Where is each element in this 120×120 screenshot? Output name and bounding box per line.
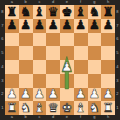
square-g5[interactable]	[88, 46, 102, 60]
piece-black-pawn-h7[interactable]: ♟	[101, 19, 115, 33]
square-e5[interactable]	[60, 46, 74, 60]
coord-rank-4-left: 4	[1, 65, 3, 69]
coord-file-f-bottom: f	[80, 115, 81, 119]
piece-white-rook-a1[interactable]: ♜	[5, 101, 19, 115]
square-h4[interactable]	[101, 60, 115, 74]
square-c5[interactable]	[33, 46, 47, 60]
square-f6[interactable]	[74, 33, 88, 47]
square-a5[interactable]	[5, 46, 19, 60]
coord-rank-1-left: 1	[1, 106, 3, 110]
square-g6[interactable]	[88, 33, 102, 47]
piece-white-bishop-f1[interactable]: ♝	[74, 101, 88, 115]
coord-file-b-bottom: b	[25, 115, 27, 119]
coord-rank-6-right: 6	[116, 37, 118, 41]
piece-white-king-e1[interactable]: ♚	[60, 101, 74, 115]
square-h6[interactable]	[101, 33, 115, 47]
square-f5[interactable]	[74, 46, 88, 60]
square-f4[interactable]	[74, 60, 88, 74]
coord-file-d-bottom: d	[52, 115, 54, 119]
coord-rank-5-left: 5	[1, 51, 3, 55]
coord-rank-7-left: 7	[1, 24, 3, 28]
square-e6[interactable]	[60, 33, 74, 47]
square-a6[interactable]	[5, 33, 19, 47]
coord-file-a-bottom: a	[11, 115, 13, 119]
piece-black-pawn-d7[interactable]: ♟	[46, 19, 60, 33]
piece-white-rook-h1[interactable]: ♜	[101, 101, 115, 115]
coord-rank-1-right: 1	[116, 106, 118, 110]
square-c4[interactable]	[33, 60, 47, 74]
coord-rank-3-left: 3	[1, 79, 3, 83]
coord-rank-4-right: 4	[116, 65, 118, 69]
piece-white-knight-b1[interactable]: ♞	[19, 101, 33, 115]
coord-file-e-bottom: e	[66, 115, 68, 119]
square-d4[interactable]	[46, 60, 60, 74]
coord-rank-7-right: 7	[116, 24, 118, 28]
square-c6[interactable]	[33, 33, 47, 47]
square-g4[interactable]	[88, 60, 102, 74]
piece-black-pawn-g7[interactable]: ♟	[88, 19, 102, 33]
chess-board-frame: ♜♞♝♛♚♝♞♜♟♟♟♟♟♟♟♟♟♟♟♟♟♟♟♟♜♞♝♛♚♝♞♜ aabbccd…	[0, 0, 120, 120]
piece-black-pawn-a7[interactable]: ♟	[5, 19, 19, 33]
piece-white-bishop-c1[interactable]: ♝	[33, 101, 47, 115]
square-b6[interactable]	[19, 33, 33, 47]
piece-white-queen-d1[interactable]: ♛	[46, 101, 60, 115]
coord-rank-8-left: 8	[1, 10, 3, 14]
coord-rank-5-right: 5	[116, 51, 118, 55]
piece-white-pawn-e4[interactable]: ♟	[60, 60, 74, 74]
piece-black-pawn-c7[interactable]: ♟	[33, 19, 47, 33]
piece-black-pawn-e7[interactable]: ♟	[60, 19, 74, 33]
square-b4[interactable]	[19, 60, 33, 74]
piece-white-knight-g1[interactable]: ♞	[88, 101, 102, 115]
piece-black-pawn-b7[interactable]: ♟	[19, 19, 33, 33]
square-a4[interactable]	[5, 60, 19, 74]
coord-file-c-bottom: c	[38, 115, 40, 119]
coord-file-h-bottom: h	[107, 115, 109, 119]
coord-file-g-bottom: g	[93, 115, 95, 119]
square-b5[interactable]	[19, 46, 33, 60]
coord-rank-2-right: 2	[116, 92, 118, 96]
coord-rank-3-right: 3	[116, 79, 118, 83]
coord-rank-8-right: 8	[116, 10, 118, 14]
coord-rank-6-left: 6	[1, 37, 3, 41]
square-h5[interactable]	[101, 46, 115, 60]
piece-black-pawn-f7[interactable]: ♟	[74, 19, 88, 33]
coord-rank-2-left: 2	[1, 92, 3, 96]
square-e3[interactable]	[60, 74, 74, 88]
square-d6[interactable]	[46, 33, 60, 47]
square-d5[interactable]	[46, 46, 60, 60]
